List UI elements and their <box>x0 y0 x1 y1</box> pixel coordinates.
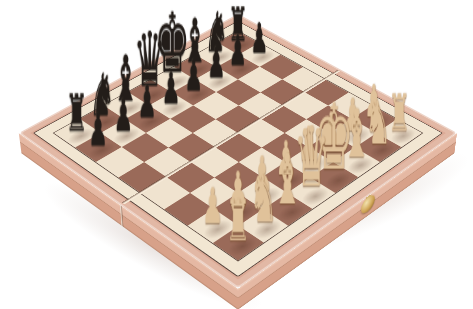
box-side-fold-seam <box>120 205 124 227</box>
chess-set-photo: ♜♞♝♛♚♝♞♜♟♟♟♟♟♟♟♟♟♟♟♟♟♟♟♟♜♞♝♛♚♝♞♜ <box>0 0 473 309</box>
chess-board: ♜♞♝♛♚♝♞♜♟♟♟♟♟♟♟♟♟♟♟♟♟♟♟♟♜♞♝♛♚♝♞♜ <box>19 14 457 289</box>
black-pawn-icon: ♟ <box>54 107 142 153</box>
white-rook-icon: ♜ <box>190 192 286 249</box>
